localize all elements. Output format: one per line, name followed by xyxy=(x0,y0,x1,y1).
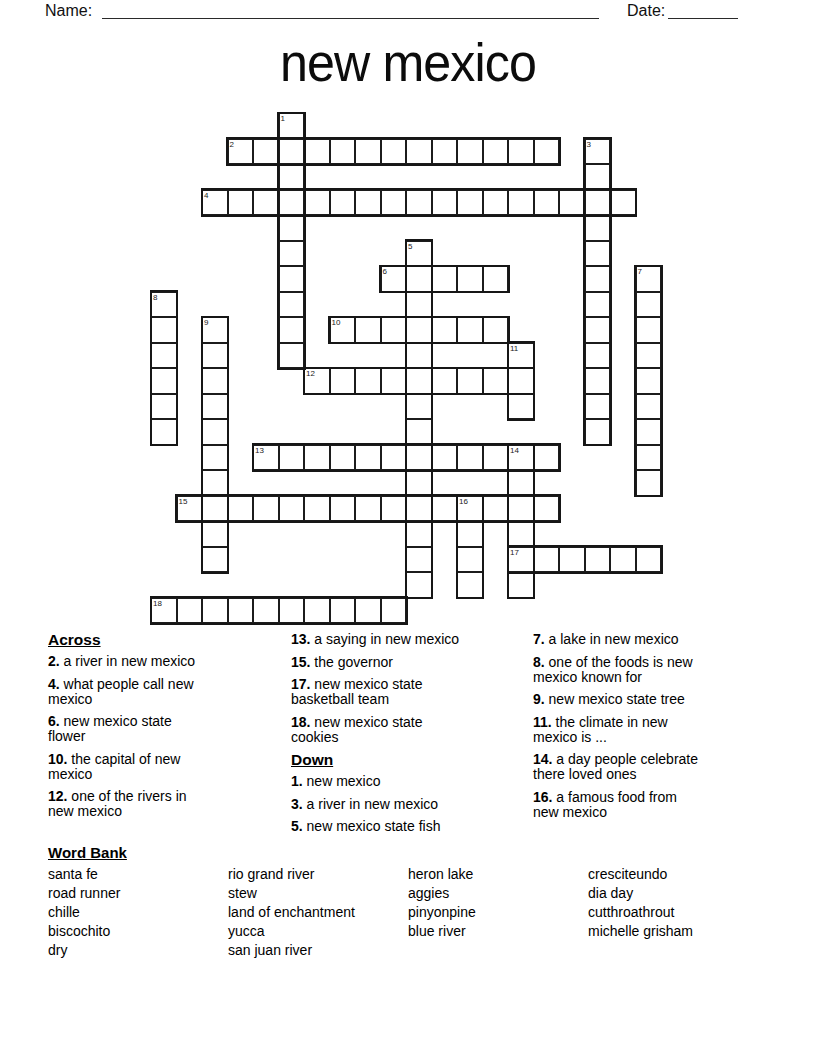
grid-cell[interactable] xyxy=(507,495,535,523)
name-input-line[interactable] xyxy=(102,2,599,19)
word-bank-item: rio grand river xyxy=(228,865,355,884)
word-bank-item: dia day xyxy=(588,884,693,903)
clue-item-12: 12. one of the rivers in new mexico xyxy=(48,789,243,819)
grid-cell[interactable] xyxy=(201,367,229,395)
grid-cell[interactable] xyxy=(533,546,561,574)
grid-cell[interactable] xyxy=(482,495,510,523)
crossword-grid: 123456789101112131415161718 xyxy=(150,112,664,626)
clue-item-9: 9. new mexico state tree xyxy=(533,692,768,707)
grid-cell[interactable] xyxy=(201,495,229,523)
grid-cell[interactable] xyxy=(354,138,382,166)
word-bank-column: rio grand riverstewland of enchantmentyu… xyxy=(228,865,355,960)
grid-cell[interactable] xyxy=(456,444,484,472)
grid-cell[interactable] xyxy=(354,316,382,344)
grid-cell[interactable] xyxy=(278,189,306,217)
cell-number: 11 xyxy=(510,344,518,353)
grid-cell[interactable] xyxy=(252,189,280,217)
grid-cell[interactable] xyxy=(584,546,612,574)
grid-cell[interactable] xyxy=(405,316,433,344)
grid-cell[interactable] xyxy=(584,418,612,446)
grid-cell[interactable] xyxy=(405,265,433,293)
grid-cell[interactable] xyxy=(380,138,408,166)
clue-item-15: 15. the governor xyxy=(291,655,496,670)
cell-number: 7 xyxy=(638,267,642,276)
grid-cell[interactable] xyxy=(380,367,408,395)
clue-item-1: 1. new mexico xyxy=(291,774,496,789)
word-bank-item: yucca xyxy=(228,922,355,941)
grid-cell[interactable] xyxy=(150,342,178,370)
grid-cell[interactable] xyxy=(431,189,459,217)
word-bank-item: chille xyxy=(48,903,120,922)
word-bank: Word Bank santa feroad runnerchillebisco… xyxy=(48,845,788,865)
grid-cell[interactable] xyxy=(278,240,306,268)
clue-column: 7. a lake in new mexico8. one of the foo… xyxy=(533,632,768,827)
word-bank-item: blue river xyxy=(408,922,476,941)
grid-cell[interactable] xyxy=(278,316,306,344)
cell-number: 13 xyxy=(255,446,264,455)
word-bank-item: biscochito xyxy=(48,922,120,941)
grid-cell[interactable] xyxy=(584,342,612,370)
grid-cell[interactable] xyxy=(431,444,459,472)
grid-cell[interactable] xyxy=(584,214,612,242)
worksheet-page: Name: Date: new mexico 12345678910111213… xyxy=(0,0,816,1056)
grid-cell[interactable] xyxy=(303,189,331,217)
cell-number: 9 xyxy=(204,318,208,327)
grid-cell[interactable] xyxy=(584,265,612,293)
clue-column: 13. a saying in new mexico15. the govern… xyxy=(291,632,496,842)
grid-cell[interactable] xyxy=(405,444,433,472)
grid-cell[interactable] xyxy=(278,495,306,523)
grid-cell[interactable] xyxy=(303,495,331,523)
grid-cell[interactable] xyxy=(354,495,382,523)
grid-cell[interactable] xyxy=(507,189,535,217)
grid-cell[interactable] xyxy=(456,367,484,395)
name-label: Name: xyxy=(45,2,92,20)
grid-cell[interactable] xyxy=(252,495,280,523)
clue-item-14: 14. a day people celebrate there loved o… xyxy=(533,752,768,782)
word-bank-item: cresciteundo xyxy=(588,865,693,884)
grid-cell[interactable] xyxy=(201,444,229,472)
grid-cell[interactable] xyxy=(354,189,382,217)
date-label: Date: xyxy=(627,2,665,20)
cell-number: 5 xyxy=(408,242,412,251)
clue-item-6: 6. new mexico state flower xyxy=(48,714,243,744)
word-bank-item: pinyonpine xyxy=(408,903,476,922)
word-bank-item: santa fe xyxy=(48,865,120,884)
grid-cell[interactable] xyxy=(405,189,433,217)
grid-cell[interactable] xyxy=(533,495,561,523)
grid-cell[interactable] xyxy=(354,367,382,395)
grid-cell[interactable] xyxy=(456,138,484,166)
clue-item-7: 7. a lake in new mexico xyxy=(533,632,768,647)
grid-cell[interactable] xyxy=(584,163,612,191)
grid-cell[interactable] xyxy=(584,240,612,268)
grid-cell[interactable] xyxy=(201,393,229,421)
grid-cell[interactable] xyxy=(329,444,357,472)
grid-cell[interactable] xyxy=(405,342,433,370)
grid-cell[interactable] xyxy=(380,597,408,625)
grid-cell[interactable] xyxy=(584,393,612,421)
word-bank-item: san juan river xyxy=(228,941,355,960)
cell-number: 6 xyxy=(383,267,387,276)
grid-cell[interactable] xyxy=(329,597,357,625)
clue-item-16: 16. a famous food from new mexico xyxy=(533,790,768,820)
grid-cell[interactable] xyxy=(405,393,433,421)
grid-cell[interactable] xyxy=(635,444,663,472)
cell-number: 15 xyxy=(179,497,188,506)
clue-item-3: 3. a river in new mexico xyxy=(291,797,496,812)
cell-number: 10 xyxy=(332,318,341,327)
grid-cell[interactable] xyxy=(584,316,612,344)
grid-cell[interactable] xyxy=(609,546,637,574)
grid-cell[interactable] xyxy=(482,316,510,344)
grid-cell[interactable] xyxy=(635,367,663,395)
grid-cell[interactable] xyxy=(533,138,561,166)
grid-cell[interactable] xyxy=(252,138,280,166)
grid-cell[interactable] xyxy=(456,520,484,548)
grid-cell[interactable] xyxy=(635,342,663,370)
clue-item-5: 5. new mexico state fish xyxy=(291,819,496,834)
clue-heading-down: Down xyxy=(291,752,496,768)
cell-number: 16 xyxy=(459,497,468,506)
grid-cell[interactable] xyxy=(380,316,408,344)
grid-cell[interactable] xyxy=(329,367,357,395)
grid-cell[interactable] xyxy=(431,367,459,395)
grid-cell[interactable] xyxy=(507,367,535,395)
grid-cell[interactable] xyxy=(329,495,357,523)
clue-item-4: 4. what people call new mexico xyxy=(48,677,243,707)
cell-number: 14 xyxy=(510,446,519,455)
grid-cell[interactable] xyxy=(380,495,408,523)
clue-item-2: 2. a river in new mexico xyxy=(48,654,243,669)
cell-number: 2 xyxy=(230,140,234,149)
grid-cell[interactable] xyxy=(507,393,535,421)
grid-cell[interactable] xyxy=(227,189,255,217)
cell-number: 12 xyxy=(306,369,315,378)
grid-cell[interactable] xyxy=(558,546,586,574)
grid-cell[interactable] xyxy=(635,418,663,446)
grid-cell[interactable] xyxy=(227,495,255,523)
grid-cell[interactable] xyxy=(176,597,204,625)
grid-cell[interactable] xyxy=(405,520,433,548)
grid-cell[interactable] xyxy=(635,393,663,421)
grid-cell[interactable] xyxy=(354,444,382,472)
grid-cell[interactable] xyxy=(252,597,280,625)
word-bank-item: heron lake xyxy=(408,865,476,884)
grid-cell[interactable] xyxy=(456,189,484,217)
grid-cell[interactable] xyxy=(507,138,535,166)
grid-cell[interactable] xyxy=(201,469,229,497)
clue-item-18: 18. new mexico state cookies xyxy=(291,715,496,745)
grid-cell[interactable] xyxy=(380,444,408,472)
grid-cell[interactable] xyxy=(482,189,510,217)
grid-cell[interactable] xyxy=(456,546,484,574)
grid-cell[interactable] xyxy=(150,393,178,421)
grid-cell[interactable] xyxy=(558,189,586,217)
grid-cell[interactable] xyxy=(405,367,433,395)
grid-cell[interactable] xyxy=(354,597,382,625)
grid-cell[interactable] xyxy=(456,265,484,293)
grid-cell[interactable] xyxy=(150,367,178,395)
grid-cell[interactable] xyxy=(278,444,306,472)
clue-column: Across2. a river in new mexico4. what pe… xyxy=(48,632,243,827)
grid-cell[interactable] xyxy=(278,597,306,625)
grid-cell[interactable] xyxy=(405,291,433,319)
grid-cell[interactable] xyxy=(635,469,663,497)
grid-cell[interactable] xyxy=(482,138,510,166)
grid-cell[interactable] xyxy=(303,597,331,625)
grid-cell[interactable] xyxy=(431,495,459,523)
grid-cell[interactable] xyxy=(405,138,433,166)
grid-cell[interactable] xyxy=(584,367,612,395)
grid-cell[interactable] xyxy=(278,265,306,293)
grid-cell[interactable] xyxy=(201,597,229,625)
grid-cell[interactable] xyxy=(201,342,229,370)
word-bank-item: aggies xyxy=(408,884,476,903)
word-bank-column: cresciteundodia daycutthroathroutmichell… xyxy=(588,865,693,941)
word-bank-column: santa feroad runnerchillebiscochitodry xyxy=(48,865,120,960)
grid-cell[interactable] xyxy=(507,469,535,497)
cell-number: 17 xyxy=(510,548,519,557)
word-bank-item: stew xyxy=(228,884,355,903)
grid-cell[interactable] xyxy=(405,418,433,446)
word-bank-item: road runner xyxy=(48,884,120,903)
grid-cell[interactable] xyxy=(405,495,433,523)
cell-number: 4 xyxy=(204,191,208,200)
clue-item-10: 10. the capital of new mexico xyxy=(48,752,243,782)
grid-cell[interactable] xyxy=(507,571,535,599)
grid-cell[interactable] xyxy=(584,189,612,217)
grid-cell[interactable] xyxy=(635,546,663,574)
grid-cell[interactable] xyxy=(482,265,510,293)
word-bank-item: cutthroathrout xyxy=(588,903,693,922)
grid-cell[interactable] xyxy=(303,138,331,166)
cell-number: 18 xyxy=(153,599,162,608)
cell-number: 8 xyxy=(153,293,157,302)
grid-cell[interactable] xyxy=(431,316,459,344)
grid-cell[interactable] xyxy=(609,189,637,217)
grid-cell[interactable] xyxy=(533,444,561,472)
grid-cell[interactable] xyxy=(278,214,306,242)
grid-cell[interactable] xyxy=(303,444,331,472)
grid-cell[interactable] xyxy=(635,291,663,319)
word-bank-column: heron lakeaggiespinyonpineblue river xyxy=(408,865,476,941)
cell-number: 1 xyxy=(281,114,285,123)
word-bank-item: land of enchantment xyxy=(228,903,355,922)
clue-heading-across: Across xyxy=(48,632,243,648)
grid-cell[interactable] xyxy=(482,444,510,472)
grid-cell[interactable] xyxy=(507,520,535,548)
grid-cell[interactable] xyxy=(635,316,663,344)
clue-item-13: 13. a saying in new mexico xyxy=(291,632,496,647)
grid-cell[interactable] xyxy=(533,189,561,217)
grid-cell[interactable] xyxy=(405,571,433,599)
grid-cell[interactable] xyxy=(456,571,484,599)
grid-cell[interactable] xyxy=(482,367,510,395)
grid-cell[interactable] xyxy=(150,316,178,344)
grid-cell[interactable] xyxy=(201,418,229,446)
grid-cell[interactable] xyxy=(201,546,229,574)
puzzle-title: new mexico xyxy=(29,34,788,91)
grid-cell[interactable] xyxy=(278,291,306,319)
grid-cell[interactable] xyxy=(329,138,357,166)
grid-cell[interactable] xyxy=(431,265,459,293)
grid-cell[interactable] xyxy=(380,189,408,217)
cell-number: 3 xyxy=(587,140,591,149)
clue-item-8: 8. one of the foods is new mexico known … xyxy=(533,655,768,685)
date-input-line[interactable] xyxy=(668,2,738,19)
word-bank-item: dry xyxy=(48,941,120,960)
word-bank-item: michelle grisham xyxy=(588,922,693,941)
grid-cell[interactable] xyxy=(456,316,484,344)
clue-item-11: 11. the climate in new mexico is ... xyxy=(533,715,768,745)
grid-cell[interactable] xyxy=(405,469,433,497)
grid-cell[interactable] xyxy=(329,189,357,217)
grid-cell[interactable] xyxy=(278,138,306,166)
grid-cell[interactable] xyxy=(150,418,178,446)
grid-cell[interactable] xyxy=(278,342,306,370)
grid-cell[interactable] xyxy=(227,597,255,625)
clue-item-17: 17. new mexico state basketball team xyxy=(291,677,496,707)
grid-cell[interactable] xyxy=(431,138,459,166)
grid-cell[interactable] xyxy=(278,163,306,191)
word-bank-heading: Word Bank xyxy=(48,845,788,861)
grid-cell[interactable] xyxy=(405,546,433,574)
grid-cell[interactable] xyxy=(201,520,229,548)
grid-cell[interactable] xyxy=(584,291,612,319)
